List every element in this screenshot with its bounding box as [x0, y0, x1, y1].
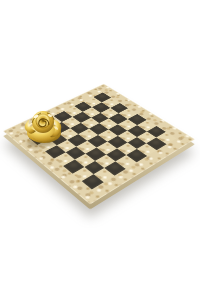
product-photo-scene: [0, 0, 200, 300]
gold-rose-ornament: [23, 104, 65, 148]
